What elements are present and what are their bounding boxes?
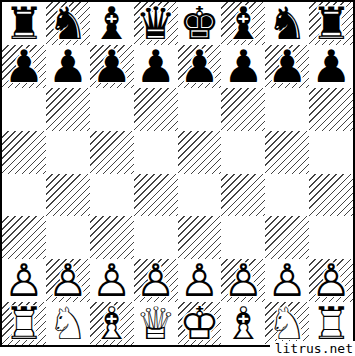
chess-board: ♜♞♝♛♚♝♞♜♟♟♟♟♟♟♟♟♟♙♟♙♟♙♟♙♟♙♟♙♟♙♟♙♜♖♞♘♝♗♛♕… (0, 0, 355, 347)
square-d7[interactable]: ♟ (134, 45, 178, 88)
piece-glyph: ♝ (221, 2, 265, 45)
square-h2[interactable]: ♟♙ (309, 259, 353, 302)
piece-outline: ♙ (2, 259, 46, 302)
watermark: litrus.net (270, 341, 355, 356)
square-g1[interactable]: ♞♘ (265, 302, 309, 345)
piece-glyph: ♟ (2, 45, 46, 88)
white-pawn: ♟♙ (2, 259, 46, 302)
white-pawn: ♟♙ (178, 259, 222, 302)
square-f2[interactable]: ♟♙ (221, 259, 265, 302)
piece-outline: ♘ (46, 302, 90, 345)
piece-glyph: ♝ (90, 2, 134, 45)
square-f4[interactable] (221, 174, 265, 217)
black-pawn: ♟ (134, 45, 178, 88)
piece-glyph: ♟ (265, 45, 309, 88)
square-d2[interactable]: ♟♙ (134, 259, 178, 302)
white-queen: ♛♕ (134, 302, 178, 345)
square-h5[interactable] (309, 131, 353, 174)
black-rook: ♜ (309, 2, 353, 45)
piece-outline: ♙ (134, 259, 178, 302)
white-pawn: ♟♙ (134, 259, 178, 302)
square-g6[interactable] (265, 88, 309, 131)
square-b5[interactable] (46, 131, 90, 174)
chess-diagram: ♜♞♝♛♚♝♞♜♟♟♟♟♟♟♟♟♟♙♟♙♟♙♟♙♟♙♟♙♟♙♟♙♜♖♞♘♝♗♛♕… (0, 0, 355, 356)
white-bishop: ♝♗ (90, 302, 134, 345)
square-f7[interactable]: ♟ (221, 45, 265, 88)
square-g2[interactable]: ♟♙ (265, 259, 309, 302)
piece-outline: ♙ (178, 259, 222, 302)
piece-glyph: ♟ (46, 45, 90, 88)
square-b8[interactable]: ♞ (46, 2, 90, 45)
piece-glyph: ♛ (134, 2, 178, 45)
white-pawn: ♟♙ (265, 259, 309, 302)
black-bishop: ♝ (221, 2, 265, 45)
square-a5[interactable] (2, 131, 46, 174)
square-f5[interactable] (221, 131, 265, 174)
white-pawn: ♟♙ (221, 259, 265, 302)
piece-glyph: ♞ (46, 2, 90, 45)
square-g5[interactable] (265, 131, 309, 174)
square-g4[interactable] (265, 174, 309, 217)
square-h7[interactable]: ♟ (309, 45, 353, 88)
square-e2[interactable]: ♟♙ (178, 259, 222, 302)
square-h8[interactable]: ♜ (309, 2, 353, 45)
square-a8[interactable]: ♜ (2, 2, 46, 45)
square-h1[interactable]: ♜♖ (309, 302, 353, 345)
square-b2[interactable]: ♟♙ (46, 259, 90, 302)
white-knight: ♞♘ (265, 302, 309, 345)
white-pawn: ♟♙ (90, 259, 134, 302)
square-c1[interactable]: ♝♗ (90, 302, 134, 345)
black-pawn: ♟ (2, 45, 46, 88)
piece-glyph: ♟ (221, 45, 265, 88)
square-e5[interactable] (178, 131, 222, 174)
white-king: ♚♔ (178, 302, 222, 345)
piece-outline: ♗ (221, 302, 265, 345)
black-bishop: ♝ (90, 2, 134, 45)
piece-outline: ♔ (178, 302, 222, 345)
black-rook: ♜ (2, 2, 46, 45)
black-pawn: ♟ (46, 45, 90, 88)
square-e1[interactable]: ♚♔ (178, 302, 222, 345)
square-e7[interactable]: ♟ (178, 45, 222, 88)
square-b7[interactable]: ♟ (46, 45, 90, 88)
square-e3[interactable] (178, 216, 222, 259)
white-pawn: ♟♙ (46, 259, 90, 302)
square-e6[interactable] (178, 88, 222, 131)
piece-outline: ♙ (46, 259, 90, 302)
square-c4[interactable] (90, 174, 134, 217)
square-a4[interactable] (2, 174, 46, 217)
square-c7[interactable]: ♟ (90, 45, 134, 88)
piece-outline: ♖ (2, 302, 46, 345)
square-a2[interactable]: ♟♙ (2, 259, 46, 302)
square-d1[interactable]: ♛♕ (134, 302, 178, 345)
square-h3[interactable] (309, 216, 353, 259)
piece-outline: ♘ (265, 302, 309, 345)
square-f3[interactable] (221, 216, 265, 259)
black-knight: ♞ (265, 2, 309, 45)
square-d5[interactable] (134, 131, 178, 174)
square-b6[interactable] (46, 88, 90, 131)
piece-glyph: ♚ (178, 2, 222, 45)
black-king: ♚ (178, 2, 222, 45)
black-knight: ♞ (46, 2, 90, 45)
square-f6[interactable] (221, 88, 265, 131)
piece-outline: ♙ (309, 259, 353, 302)
piece-outline: ♖ (309, 302, 353, 345)
white-pawn: ♟♙ (309, 259, 353, 302)
square-c8[interactable]: ♝ (90, 2, 134, 45)
square-g3[interactable] (265, 216, 309, 259)
white-rook: ♜♖ (2, 302, 46, 345)
piece-glyph: ♟ (134, 45, 178, 88)
square-a7[interactable]: ♟ (2, 45, 46, 88)
piece-outline: ♕ (134, 302, 178, 345)
black-queen: ♛ (134, 2, 178, 45)
square-b3[interactable] (46, 216, 90, 259)
piece-glyph: ♟ (309, 45, 353, 88)
square-a3[interactable] (2, 216, 46, 259)
piece-outline: ♙ (90, 259, 134, 302)
piece-glyph: ♞ (265, 2, 309, 45)
square-b4[interactable] (46, 174, 90, 217)
square-f1[interactable]: ♝♗ (221, 302, 265, 345)
square-a1[interactable]: ♜♖ (2, 302, 46, 345)
piece-glyph: ♜ (2, 2, 46, 45)
square-d6[interactable] (134, 88, 178, 131)
square-d4[interactable] (134, 174, 178, 217)
black-pawn: ♟ (178, 45, 222, 88)
piece-glyph: ♟ (90, 45, 134, 88)
square-c2[interactable]: ♟♙ (90, 259, 134, 302)
black-pawn: ♟ (265, 45, 309, 88)
square-h6[interactable] (309, 88, 353, 131)
square-e8[interactable]: ♚ (178, 2, 222, 45)
square-c6[interactable] (90, 88, 134, 131)
white-rook: ♜♖ (309, 302, 353, 345)
black-pawn: ♟ (309, 45, 353, 88)
square-h4[interactable] (309, 174, 353, 217)
square-c5[interactable] (90, 131, 134, 174)
square-d3[interactable] (134, 216, 178, 259)
square-f8[interactable]: ♝ (221, 2, 265, 45)
piece-outline: ♙ (265, 259, 309, 302)
square-a6[interactable] (2, 88, 46, 131)
piece-outline: ♙ (221, 259, 265, 302)
square-c3[interactable] (90, 216, 134, 259)
black-pawn: ♟ (90, 45, 134, 88)
piece-glyph: ♜ (309, 2, 353, 45)
square-d8[interactable]: ♛ (134, 2, 178, 45)
square-g7[interactable]: ♟ (265, 45, 309, 88)
piece-glyph: ♟ (178, 45, 222, 88)
black-pawn: ♟ (221, 45, 265, 88)
square-b1[interactable]: ♞♘ (46, 302, 90, 345)
piece-outline: ♗ (90, 302, 134, 345)
white-knight: ♞♘ (46, 302, 90, 345)
square-e4[interactable] (178, 174, 222, 217)
white-bishop: ♝♗ (221, 302, 265, 345)
square-g8[interactable]: ♞ (265, 2, 309, 45)
